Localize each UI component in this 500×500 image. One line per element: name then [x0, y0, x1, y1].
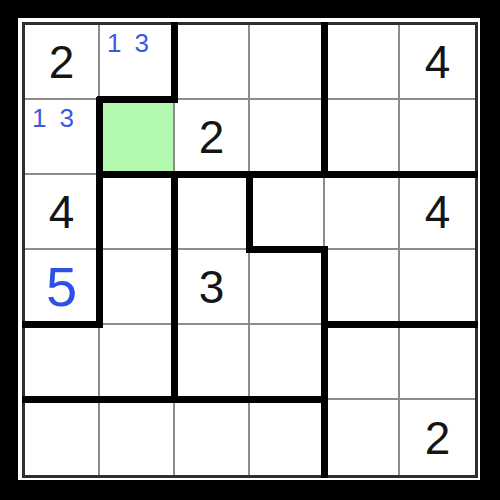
- cell-r1c3[interactable]: [175, 25, 250, 100]
- region-border-segment: [321, 322, 328, 403]
- cell-r5c4[interactable]: [250, 325, 325, 400]
- cell-r2c4[interactable]: [250, 100, 325, 175]
- cell-r5c3[interactable]: [175, 325, 250, 400]
- cell-r6c2[interactable]: [100, 400, 175, 475]
- board-panel: 213413244532: [18, 18, 480, 480]
- cell-r5c6[interactable]: [400, 325, 475, 400]
- cell-r6c5[interactable]: [325, 400, 400, 475]
- region-border-segment: [321, 397, 328, 478]
- given-digit: 2: [199, 114, 225, 160]
- region-border-segment: [321, 97, 328, 178]
- cell-r3c3[interactable]: [175, 175, 250, 250]
- cell-r2c3[interactable]: 2: [175, 100, 250, 175]
- cell-r6c4[interactable]: [250, 400, 325, 475]
- region-border-segment: [322, 171, 403, 178]
- given-digit: 4: [425, 39, 451, 85]
- cell-r1c6[interactable]: 4: [400, 25, 475, 100]
- pencil-digit: 3: [59, 105, 73, 131]
- cell-r2c1[interactable]: 13: [25, 100, 100, 175]
- cell-r5c1[interactable]: [25, 325, 100, 400]
- cell-r1c1[interactable]: 2: [25, 25, 100, 100]
- pencil-digit: 3: [134, 30, 148, 56]
- cell-r3c5[interactable]: [325, 175, 400, 250]
- region-border-segment: [172, 171, 253, 178]
- cell-r3c4[interactable]: [250, 175, 325, 250]
- region-border-segment: [171, 172, 178, 253]
- cell-r6c1[interactable]: [25, 400, 100, 475]
- region-border-segment: [97, 396, 178, 403]
- given-digit: 3: [199, 264, 225, 310]
- region-border-segment: [247, 171, 328, 178]
- cell-r2c2-selected[interactable]: [100, 100, 175, 175]
- region-border-segment: [171, 22, 178, 103]
- cell-r4c4[interactable]: [250, 250, 325, 325]
- pencil-marks: 13: [107, 30, 149, 56]
- cell-r1c4[interactable]: [250, 25, 325, 100]
- region-border-segment: [247, 246, 328, 253]
- region-border-segment: [397, 321, 478, 328]
- region-border-segment: [246, 172, 253, 253]
- cell-r5c5[interactable]: [325, 325, 400, 400]
- given-digit: 2: [49, 39, 75, 85]
- region-border-segment: [22, 321, 103, 328]
- cell-r3c6[interactable]: 4: [400, 175, 475, 250]
- given-digit: 4: [425, 189, 451, 235]
- region-border-segment: [172, 396, 253, 403]
- cell-r5c2[interactable]: [100, 325, 175, 400]
- region-border-segment: [322, 321, 403, 328]
- cell-r3c1[interactable]: 4: [25, 175, 100, 250]
- given-digit: 4: [49, 189, 75, 235]
- cell-r1c2[interactable]: 13: [100, 25, 175, 100]
- region-border-segment: [321, 247, 328, 328]
- puzzle-screenshot: 213413244532: [0, 0, 500, 500]
- pencil-marks: 13: [32, 105, 74, 131]
- region-border-segment: [22, 396, 103, 403]
- region-border-segment: [97, 171, 178, 178]
- pencil-digit: 1: [32, 105, 46, 131]
- cell-r4c2[interactable]: [100, 250, 175, 325]
- cell-r4c3[interactable]: 3: [175, 250, 250, 325]
- pencil-digit: 1: [107, 30, 121, 56]
- cell-r4c1[interactable]: 5: [25, 250, 100, 325]
- region-border-segment: [96, 97, 103, 178]
- region-border-segment: [321, 22, 328, 103]
- region-border-segment: [171, 247, 178, 328]
- region-border-segment: [397, 171, 478, 178]
- cell-r2c6[interactable]: [400, 100, 475, 175]
- user-digit: 5: [46, 259, 77, 315]
- region-border-segment: [96, 172, 103, 253]
- suguru-board: 213413244532: [22, 22, 478, 478]
- cell-r1c5[interactable]: [325, 25, 400, 100]
- cell-r4c5[interactable]: [325, 250, 400, 325]
- cell-r2c5[interactable]: [325, 100, 400, 175]
- region-border-segment: [97, 96, 178, 103]
- cell-r3c2[interactable]: [100, 175, 175, 250]
- given-digit: 2: [425, 415, 451, 461]
- region-border-segment: [247, 396, 328, 403]
- cell-r6c6[interactable]: 2: [400, 400, 475, 475]
- cell-r6c3[interactable]: [175, 400, 250, 475]
- cell-r4c6[interactable]: [400, 250, 475, 325]
- region-border-segment: [171, 322, 178, 403]
- region-border-segment: [96, 247, 103, 328]
